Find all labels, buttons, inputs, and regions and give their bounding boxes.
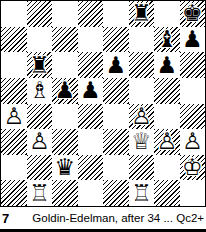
piece-outline-layer: ♙ bbox=[129, 104, 155, 130]
diagram-number: 7 bbox=[2, 211, 9, 226]
piece-outline-layer: ♖ bbox=[27, 180, 53, 206]
square-c6 bbox=[52, 52, 78, 78]
square-e8 bbox=[103, 1, 129, 27]
square-c4 bbox=[52, 104, 78, 130]
square-d5: ♟ bbox=[78, 78, 104, 104]
bottom-rule bbox=[0, 229, 206, 232]
square-c5: ♟ bbox=[52, 78, 78, 104]
white-rook: ♜♖ bbox=[129, 180, 155, 206]
square-b6: ♜ bbox=[27, 52, 53, 78]
black-pawn: ♟ bbox=[103, 52, 129, 78]
piece-glyph: ♜ bbox=[27, 52, 53, 78]
piece-glyph: ♜ bbox=[129, 1, 155, 27]
white-pawn: ♟♙ bbox=[154, 129, 180, 155]
square-f7 bbox=[129, 27, 155, 53]
square-d1 bbox=[78, 180, 104, 206]
square-b4 bbox=[27, 104, 53, 130]
square-h1 bbox=[180, 180, 206, 206]
black-rook: ♜ bbox=[129, 1, 155, 27]
piece-outline-layer: ♗ bbox=[27, 78, 53, 104]
caption-text: Goldin-Edelman, after 34 ... Qc2+ bbox=[32, 212, 204, 224]
black-pawn: ♟ bbox=[52, 78, 78, 104]
piece-outline-layer: ♔ bbox=[180, 155, 206, 181]
piece-glyph: ♟ bbox=[180, 27, 206, 53]
piece-glyph: ♟ bbox=[78, 78, 104, 104]
black-rook: ♜ bbox=[27, 52, 53, 78]
square-c2: ♛ bbox=[52, 155, 78, 181]
square-a4: ♟♙ bbox=[1, 104, 27, 130]
square-h8: ♚ bbox=[180, 1, 206, 27]
black-pawn: ♟ bbox=[78, 78, 104, 104]
white-pawn: ♟♙ bbox=[129, 104, 155, 130]
square-g1 bbox=[154, 180, 180, 206]
square-e3 bbox=[103, 129, 129, 155]
square-e2 bbox=[103, 155, 129, 181]
white-pawn: ♟♙ bbox=[1, 104, 27, 130]
square-h6 bbox=[180, 52, 206, 78]
square-e5 bbox=[103, 78, 129, 104]
white-pawn: ♟♙ bbox=[27, 129, 53, 155]
white-bishop: ♝♗ bbox=[27, 78, 53, 104]
black-king: ♚ bbox=[180, 1, 206, 27]
square-c3 bbox=[52, 129, 78, 155]
square-a1 bbox=[1, 180, 27, 206]
square-h5 bbox=[180, 78, 206, 104]
square-a5 bbox=[1, 78, 27, 104]
square-f4: ♟♙ bbox=[129, 104, 155, 130]
square-b8 bbox=[27, 1, 53, 27]
square-g4 bbox=[154, 104, 180, 130]
square-h2: ♚♔ bbox=[180, 155, 206, 181]
square-b7 bbox=[27, 27, 53, 53]
white-rook: ♜♖ bbox=[27, 180, 53, 206]
white-pawn: ♟♙ bbox=[180, 129, 206, 155]
square-d8 bbox=[78, 1, 104, 27]
square-d7 bbox=[78, 27, 104, 53]
square-a2 bbox=[1, 155, 27, 181]
piece-glyph: ♟ bbox=[103, 52, 129, 78]
square-f6 bbox=[129, 52, 155, 78]
piece-outline-layer: ♙ bbox=[180, 129, 206, 155]
black-pawn: ♟ bbox=[180, 27, 206, 53]
square-g7: ♝ bbox=[154, 27, 180, 53]
square-a8 bbox=[1, 1, 27, 27]
square-f1: ♜♖ bbox=[129, 180, 155, 206]
piece-outline-layer: ♙ bbox=[27, 129, 53, 155]
square-g5 bbox=[154, 78, 180, 104]
square-g8 bbox=[154, 1, 180, 27]
square-b1: ♜♖ bbox=[27, 180, 53, 206]
black-bishop: ♝ bbox=[154, 27, 180, 53]
square-d4 bbox=[78, 104, 104, 130]
square-b5: ♝♗ bbox=[27, 78, 53, 104]
square-a3 bbox=[1, 129, 27, 155]
square-f5 bbox=[129, 78, 155, 104]
square-c7 bbox=[52, 27, 78, 53]
piece-glyph: ♛ bbox=[52, 155, 78, 181]
square-g2 bbox=[154, 155, 180, 181]
square-a7 bbox=[1, 27, 27, 53]
white-queen: ♛♕ bbox=[129, 129, 155, 155]
square-f3: ♛♕ bbox=[129, 129, 155, 155]
square-d2 bbox=[78, 155, 104, 181]
square-a6 bbox=[1, 52, 27, 78]
square-e1 bbox=[103, 180, 129, 206]
piece-glyph: ♟ bbox=[52, 78, 78, 104]
square-h3: ♟♙ bbox=[180, 129, 206, 155]
black-pawn: ♟ bbox=[154, 52, 180, 78]
piece-glyph: ♟ bbox=[154, 52, 180, 78]
square-b3: ♟♙ bbox=[27, 129, 53, 155]
square-h7: ♟ bbox=[180, 27, 206, 53]
square-c1 bbox=[52, 180, 78, 206]
piece-outline-layer: ♕ bbox=[129, 129, 155, 155]
piece-glyph: ♚ bbox=[180, 1, 206, 27]
caption-row: 7 Goldin-Edelman, after 34 ... Qc2+ bbox=[0, 207, 206, 229]
square-f2 bbox=[129, 155, 155, 181]
black-queen: ♛ bbox=[52, 155, 78, 181]
square-g3: ♟♙ bbox=[154, 129, 180, 155]
chess-board: ♜♚♝♟♜♟♟♝♗♟♟♟♙♟♙♟♙♛♕♟♙♟♙♛♚♔♜♖♜♖ bbox=[0, 0, 206, 207]
white-king: ♚♔ bbox=[180, 155, 206, 181]
square-b2 bbox=[27, 155, 53, 181]
square-d3 bbox=[78, 129, 104, 155]
square-h4 bbox=[180, 104, 206, 130]
square-g6: ♟ bbox=[154, 52, 180, 78]
piece-glyph: ♝ bbox=[154, 27, 180, 53]
square-e6: ♟ bbox=[103, 52, 129, 78]
chess-diagram: ♜♚♝♟♜♟♟♝♗♟♟♟♙♟♙♟♙♛♕♟♙♟♙♛♚♔♜♖♜♖ 7 Goldin-… bbox=[0, 0, 206, 232]
piece-outline-layer: ♙ bbox=[1, 104, 27, 130]
square-e7 bbox=[103, 27, 129, 53]
piece-outline-layer: ♙ bbox=[154, 129, 180, 155]
square-c8 bbox=[52, 1, 78, 27]
square-f8: ♜ bbox=[129, 1, 155, 27]
piece-outline-layer: ♖ bbox=[129, 180, 155, 206]
square-e4 bbox=[103, 104, 129, 130]
square-d6 bbox=[78, 52, 104, 78]
